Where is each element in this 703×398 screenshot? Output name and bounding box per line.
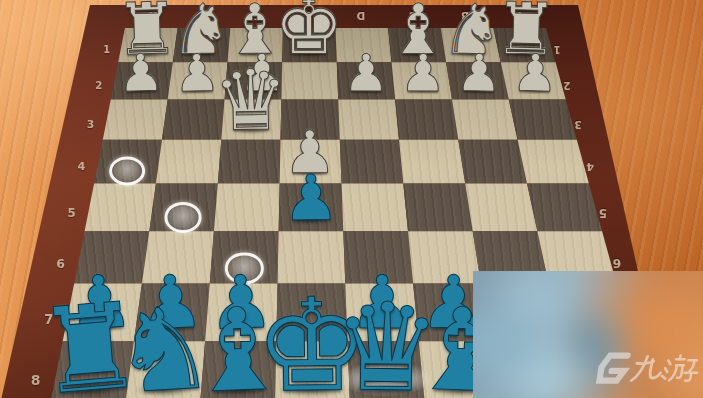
- rank-label-left-3: 3: [87, 118, 94, 131]
- rank-label-right-4: 4: [586, 160, 594, 173]
- legal-move-dot-g5[interactable]: [165, 202, 202, 232]
- rank-label-left-1: 1: [103, 43, 110, 54]
- rank-label-left-4: 4: [78, 160, 86, 173]
- jiuyou-logo-icon: [595, 347, 701, 391]
- piece-silver-pawn-h2[interactable]: ♟: [117, 47, 165, 100]
- piece-blue-pawn-e5[interactable]: ♟: [282, 167, 339, 231]
- rank-label-left-5: 5: [67, 206, 75, 220]
- piece-silver-queen-f3[interactable]: ♛: [213, 59, 289, 144]
- file-label-d: D: [357, 10, 366, 22]
- rank-label-left-2: 2: [95, 80, 102, 91]
- chess-3d-scene: 1122334455667788HGFEDCBA ♜♞♝♚♝♞♜♟♟♟♟♟♟♟♛…: [0, 0, 703, 398]
- legal-move-dot-h4[interactable]: [109, 156, 145, 185]
- piece-silver-pawn-a2[interactable]: ♟: [512, 47, 560, 100]
- piece-silver-pawn-c2[interactable]: ♟: [399, 47, 446, 99]
- rank-label-right-2: 2: [564, 80, 571, 91]
- rank-label-right-3: 3: [574, 118, 581, 131]
- rank-label-right-6: 6: [613, 256, 622, 271]
- piece-silver-pawn-d2[interactable]: ♟: [343, 48, 389, 100]
- watermark-jiuyou: [595, 347, 701, 395]
- piece-silver-pawn-b2[interactable]: ♟: [455, 47, 502, 99]
- rank-label-right-5: 5: [599, 206, 607, 220]
